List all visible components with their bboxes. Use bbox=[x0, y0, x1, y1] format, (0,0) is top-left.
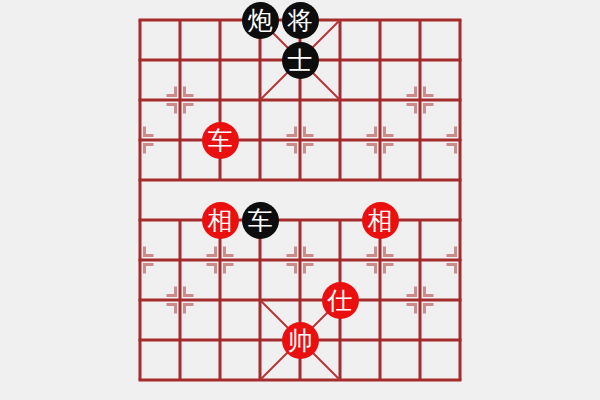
xiangqi-board[interactable]: 炮将士车相车相仕帅 bbox=[0, 0, 600, 400]
piece-black-general[interactable]: 将 bbox=[282, 2, 319, 39]
piece-red-general[interactable]: 帅 bbox=[282, 322, 319, 359]
board-grid: 炮将士车相车相仕帅 bbox=[120, 0, 480, 400]
piece-black-chariot[interactable]: 车 bbox=[242, 202, 279, 239]
piece-red-elephant-left[interactable]: 相 bbox=[202, 202, 239, 239]
piece-red-elephant-right[interactable]: 相 bbox=[362, 202, 399, 239]
piece-red-chariot[interactable]: 车 bbox=[202, 122, 239, 159]
piece-black-advisor[interactable]: 士 bbox=[282, 42, 319, 79]
piece-black-cannon[interactable]: 炮 bbox=[242, 2, 279, 39]
piece-red-advisor[interactable]: 仕 bbox=[322, 282, 359, 319]
